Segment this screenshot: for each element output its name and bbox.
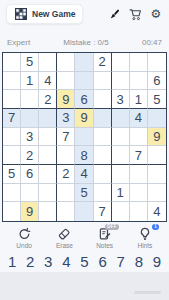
erase-label: Erase — [56, 242, 73, 249]
cell-r6c5[interactable]: 8 — [75, 146, 93, 165]
cell-r2c6[interactable] — [94, 72, 112, 91]
cell-r2c4[interactable] — [57, 72, 75, 91]
numpad-key-3[interactable]: 3 — [44, 253, 52, 270]
numpad-key-4[interactable]: 4 — [62, 253, 70, 270]
numpad-key-7[interactable]: 7 — [117, 253, 125, 270]
undo-button[interactable]: Undo — [7, 227, 41, 249]
cell-r6c3[interactable] — [39, 146, 57, 165]
bottom-area — [0, 272, 169, 300]
cell-r9c1[interactable] — [3, 202, 21, 221]
cell-r9c4[interactable] — [57, 202, 75, 221]
sudoku-grid-icon — [14, 7, 28, 21]
cell-r5c1[interactable] — [3, 128, 21, 147]
cell-r3c1[interactable] — [3, 90, 21, 109]
gear-icon[interactable]: ⚙ — [149, 7, 163, 21]
numpad-key-2[interactable]: 2 — [26, 253, 34, 270]
cell-r7c2[interactable]: 6 — [21, 165, 39, 184]
header: New Game ⚙ — [0, 3, 169, 25]
cell-r7c6[interactable] — [94, 165, 112, 184]
cell-r2c1[interactable] — [3, 72, 21, 91]
cell-r2c7[interactable] — [112, 72, 130, 91]
cell-r8c8[interactable] — [130, 184, 148, 203]
cell-r1c5[interactable] — [75, 53, 93, 72]
cell-r1c4[interactable] — [57, 53, 75, 72]
hints-badge: 1 — [152, 224, 159, 230]
numpad-key-1[interactable]: 1 — [8, 253, 16, 270]
cell-r1c3[interactable] — [39, 53, 57, 72]
cell-r8c7[interactable]: 1 — [112, 184, 130, 203]
cell-r5c5[interactable] — [75, 128, 93, 147]
cell-r3c8[interactable]: 1 — [130, 90, 148, 109]
cell-r5c7[interactable] — [112, 128, 130, 147]
cell-r9c8[interactable] — [130, 202, 148, 221]
cell-r2c5[interactable] — [75, 72, 93, 91]
cell-r1c2[interactable]: 5 — [21, 53, 39, 72]
notes-button[interactable]: OFFNotes — [88, 227, 122, 249]
cell-r7c1[interactable]: 5 — [3, 165, 21, 184]
cell-r4c3[interactable] — [39, 109, 57, 128]
status-bar: Expert Mistake : 0/5 00:47 — [7, 38, 162, 47]
cell-r1c8[interactable] — [130, 53, 148, 72]
cell-r6c7[interactable] — [112, 146, 130, 165]
erase-button[interactable]: Erase — [47, 227, 81, 249]
cell-r2c8[interactable] — [130, 72, 148, 91]
cell-r7c7[interactable] — [112, 165, 130, 184]
cell-r6c4[interactable] — [57, 146, 75, 165]
header-icons: ⚙ — [107, 7, 163, 21]
cell-r2c2[interactable]: 1 — [21, 72, 39, 91]
cell-r9c6[interactable]: 7 — [94, 202, 112, 221]
cell-r4c6[interactable] — [94, 109, 112, 128]
cell-r9c9[interactable]: 4 — [148, 202, 166, 221]
cell-r6c2[interactable]: 2 — [21, 146, 39, 165]
new-game-button[interactable]: New Game — [6, 4, 83, 24]
cell-r3c5[interactable]: 6 — [75, 90, 93, 109]
cell-r7c3[interactable] — [39, 165, 57, 184]
cell-r2c3[interactable]: 4 — [39, 72, 57, 91]
cell-r6c6[interactable] — [94, 146, 112, 165]
notes-label: Notes — [96, 242, 113, 249]
cell-r5c9[interactable]: 9 — [148, 128, 166, 147]
numpad-key-8[interactable]: 8 — [135, 253, 143, 270]
number-pad: 123456789 — [0, 251, 169, 272]
cell-r6c1[interactable] — [3, 146, 21, 165]
timer: 00:47 — [142, 38, 162, 47]
cell-r8c4[interactable] — [57, 184, 75, 203]
cell-r4c5[interactable]: 9 — [75, 109, 93, 128]
cell-r1c9[interactable] — [148, 53, 166, 72]
cell-r5c8[interactable] — [130, 128, 148, 147]
cell-r6c9[interactable] — [148, 146, 166, 165]
cell-r6c8[interactable]: 7 — [130, 146, 148, 165]
numpad-key-6[interactable]: 6 — [98, 253, 106, 270]
eraser-icon — [57, 227, 71, 241]
cell-r7c8[interactable] — [130, 165, 148, 184]
cell-r4c8[interactable]: 4 — [130, 109, 148, 128]
notes-badge: OFF — [105, 224, 119, 230]
cell-r1c6[interactable]: 2 — [94, 53, 112, 72]
cell-r7c9[interactable] — [148, 165, 166, 184]
toolbar: UndoEraseOFFNotes1Hints — [0, 227, 169, 252]
cell-r4c1[interactable]: 7 — [3, 109, 21, 128]
hints-label: Hints — [137, 242, 152, 249]
cell-r9c7[interactable] — [112, 202, 130, 221]
cell-r4c2[interactable] — [21, 109, 39, 128]
cell-r4c9[interactable] — [148, 109, 166, 128]
notes-icon: OFF — [98, 227, 112, 241]
sudoku-board: 521462963157394379287562451974 — [2, 52, 167, 222]
cell-r8c2[interactable] — [21, 184, 39, 203]
cell-r3c3[interactable]: 2 — [39, 90, 57, 109]
cell-r8c5[interactable]: 5 — [75, 184, 93, 203]
undo-label: Undo — [16, 242, 32, 249]
cell-r7c5[interactable]: 4 — [75, 165, 93, 184]
cart-icon[interactable] — [128, 7, 142, 21]
cell-r8c9[interactable] — [148, 184, 166, 203]
new-game-label: New Game — [32, 9, 75, 19]
cell-r5c3[interactable] — [39, 128, 57, 147]
hints-button[interactable]: 1Hints — [128, 227, 162, 249]
difficulty-label: Expert — [7, 38, 30, 47]
undo-icon — [17, 227, 31, 241]
cell-r7c4[interactable]: 2 — [57, 165, 75, 184]
cell-r1c7[interactable] — [112, 53, 130, 72]
cell-r9c3[interactable] — [39, 202, 57, 221]
cell-r5c6[interactable] — [94, 128, 112, 147]
app-screen: New Game ⚙ Expert M — [0, 0, 169, 300]
numpad-key-9[interactable]: 9 — [153, 253, 161, 270]
mistakes-counter: Mistake : 0/5 — [63, 38, 108, 47]
cell-r9c2[interactable]: 9 — [21, 202, 39, 221]
cell-r2c9[interactable]: 6 — [148, 72, 166, 91]
cell-r4c7[interactable] — [112, 109, 130, 128]
bulb-icon: 1 — [138, 227, 152, 241]
cell-r3c2[interactable] — [21, 90, 39, 109]
cell-r5c2[interactable]: 3 — [21, 128, 39, 147]
brush-icon[interactable] — [107, 7, 121, 21]
cell-r8c6[interactable] — [94, 184, 112, 203]
cell-r3c7[interactable]: 3 — [112, 90, 130, 109]
cell-r3c6[interactable] — [94, 90, 112, 109]
cell-r1c1[interactable] — [3, 53, 21, 72]
cell-r4c4[interactable]: 3 — [57, 109, 75, 128]
cell-r5c4[interactable]: 7 — [57, 128, 75, 147]
numpad-key-5[interactable]: 5 — [80, 253, 88, 270]
cell-r9c5[interactable] — [75, 202, 93, 221]
cell-r8c3[interactable] — [39, 184, 57, 203]
cell-r3c4[interactable]: 9 — [57, 90, 75, 109]
watermark — [134, 291, 161, 294]
cell-r8c1[interactable] — [3, 184, 21, 203]
cell-r3c9[interactable]: 5 — [148, 90, 166, 109]
